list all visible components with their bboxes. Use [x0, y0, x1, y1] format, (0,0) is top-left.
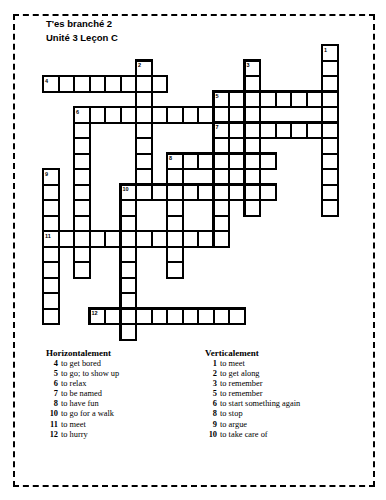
across-clue-5-number: 5: [46, 369, 58, 379]
grid-cell-r16c5[interactable]: [121, 293, 137, 309]
grid-cell-r5c17[interactable]: [307, 123, 323, 139]
grid-cell-r1c18[interactable]: [322, 61, 338, 77]
grid-cell-r9c14[interactable]: [260, 185, 276, 201]
grid-cell-r15c0[interactable]: [43, 278, 59, 294]
grid-cell-r3c12[interactable]: [229, 92, 245, 108]
grid-cell-r11c5[interactable]: [121, 216, 137, 232]
across-clue-7: 7to be named: [46, 389, 196, 399]
grid-cell-r2c4[interactable]: [105, 76, 121, 92]
down-clue-1-text: to meet: [220, 359, 245, 369]
grid-cell-r7c18[interactable]: [322, 154, 338, 170]
grid-cell-r17c5[interactable]: [121, 309, 137, 325]
across-clues-section: Horizontalement 4to get bored5to go; to …: [46, 348, 196, 440]
grid-cell-r12c4[interactable]: [105, 231, 121, 247]
grid-cell-r7c2[interactable]: [74, 154, 90, 170]
grid-cell-r12c8[interactable]: [167, 231, 183, 247]
down-clue-9-text: to argue: [220, 420, 247, 430]
grid-cell-r5c13[interactable]: [245, 123, 261, 139]
across-clue-10-text: to go for a walk: [61, 409, 114, 419]
grid-cell-r11c11[interactable]: [214, 216, 230, 232]
grid-cell-r12c5[interactable]: [121, 231, 137, 247]
grid-cell-r5c2[interactable]: [74, 123, 90, 139]
grid-cell-r7c14[interactable]: [260, 154, 276, 170]
grid-cell-r6c18[interactable]: [322, 138, 338, 154]
grid-cell-r17c12[interactable]: [229, 309, 245, 325]
across-clue-6: 6to relax: [46, 379, 196, 389]
down-clues-section: Verticalement 1to meet2to get along3to r…: [205, 348, 370, 440]
crossword-grid: 123456789101112: [0, 0, 386, 386]
grid-cell-r2c0[interactable]: [43, 76, 59, 92]
grid-cell-r4c5[interactable]: [121, 107, 137, 123]
grid-cell-r5c16[interactable]: [291, 123, 307, 139]
grid-cell-r10c18[interactable]: [322, 200, 338, 216]
across-clue-11: 11to meet: [46, 420, 196, 430]
down-clue-1-number: 1: [205, 359, 217, 369]
across-clue-12-text: to hurry: [61, 430, 88, 440]
grid-cell-r4c3[interactable]: [90, 107, 106, 123]
down-clue-3: 3to remember: [205, 379, 370, 389]
grid-cell-r3c15[interactable]: [276, 92, 292, 108]
grid-cell-r8c11[interactable]: [214, 169, 230, 185]
grid-cell-r0c18[interactable]: [322, 45, 338, 61]
grid-cell-r16c0[interactable]: [43, 293, 59, 309]
grid-cell-r17c0[interactable]: [43, 309, 59, 325]
grid-cell-r12c11[interactable]: [214, 231, 230, 247]
grid-cell-r10c13[interactable]: [245, 200, 261, 216]
grid-cell-r3c13[interactable]: [245, 92, 261, 108]
grid-cell-r13c8[interactable]: [167, 247, 183, 263]
grid-cell-r9c2[interactable]: [74, 185, 90, 201]
grid-cell-r9c13[interactable]: [245, 185, 261, 201]
grid-cell-r17c9[interactable]: [183, 309, 199, 325]
grid-cell-r2c13[interactable]: [245, 76, 261, 92]
grid-cell-r6c6[interactable]: [136, 138, 152, 154]
down-clue-2-number: 2: [205, 369, 217, 379]
grid-cell-r9c6[interactable]: [136, 185, 152, 201]
grid-cell-r7c8[interactable]: [167, 154, 183, 170]
across-header: Horizontalement: [46, 348, 196, 359]
grid-cell-r3c6[interactable]: [136, 92, 152, 108]
grid-cell-r4c11[interactable]: [214, 107, 230, 123]
grid-cell-r11c2[interactable]: [74, 216, 90, 232]
grid-cell-r17c10[interactable]: [198, 309, 214, 325]
grid-cell-r3c14[interactable]: [260, 92, 276, 108]
grid-cell-r4c18[interactable]: [322, 107, 338, 123]
grid-cell-r7c12[interactable]: [229, 154, 245, 170]
grid-cell-r5c6[interactable]: [136, 123, 152, 139]
down-clue-3-number: 3: [205, 379, 217, 389]
down-clue-3-text: to remember: [220, 379, 263, 389]
grid-cell-r11c8[interactable]: [167, 216, 183, 232]
down-clue-8: 8to stop: [205, 409, 370, 419]
down-clue-list: 1to meet2to get along3to remember5to rem…: [205, 359, 370, 440]
grid-cell-r14c5[interactable]: [121, 262, 137, 278]
across-clue-5-text: to go; to show up: [61, 369, 119, 379]
grid-cell-r7c11[interactable]: [214, 154, 230, 170]
grid-cell-r12c10[interactable]: [198, 231, 214, 247]
grid-cell-r8c13[interactable]: [245, 169, 261, 185]
grid-cell-r15c5[interactable]: [121, 278, 137, 294]
grid-cell-r10c5[interactable]: [121, 200, 137, 216]
grid-cell-r2c5[interactable]: [121, 76, 137, 92]
across-clue-10: 10to go for a walk: [46, 409, 196, 419]
across-clue-10-number: 10: [46, 409, 58, 419]
grid-cell-r8c6[interactable]: [136, 169, 152, 185]
grid-cell-r2c3[interactable]: [90, 76, 106, 92]
worksheet-page: T'es branché 2 Unité 3 Leçon C 123456789…: [0, 0, 386, 500]
down-header: Verticalement: [205, 348, 370, 359]
grid-cell-r4c13[interactable]: [245, 107, 261, 123]
across-clue-7-number: 7: [46, 389, 58, 399]
down-clue-5: 5to remember: [205, 389, 370, 399]
down-clue-5-number: 5: [205, 389, 217, 399]
grid-cell-r2c18[interactable]: [322, 76, 338, 92]
grid-cell-r4c7[interactable]: [152, 107, 168, 123]
grid-cell-r6c13[interactable]: [245, 138, 261, 154]
grid-cell-r12c0[interactable]: [43, 231, 59, 247]
down-clue-8-number: 8: [205, 409, 217, 419]
grid-cell-r12c3[interactable]: [90, 231, 106, 247]
grid-cell-r9c11[interactable]: [214, 185, 230, 201]
down-clue-8-text: to stop: [220, 409, 243, 419]
across-clue-11-text: to meet: [61, 420, 86, 430]
grid-cell-r6c11[interactable]: [214, 138, 230, 154]
grid-cell-r8c8[interactable]: [167, 169, 183, 185]
grid-cell-r2c7[interactable]: [152, 76, 168, 92]
down-clue-9-number: 9: [205, 420, 217, 430]
grid-cell-r13c5[interactable]: [121, 247, 137, 263]
grid-cell-r17c4[interactable]: [105, 309, 121, 325]
grid-cell-r9c12[interactable]: [229, 185, 245, 201]
grid-cell-r5c14[interactable]: [260, 123, 276, 139]
grid-cell-r10c0[interactable]: [43, 200, 59, 216]
grid-cell-r4c2[interactable]: [74, 107, 90, 123]
grid-cell-r11c0[interactable]: [43, 216, 59, 232]
grid-cell-r5c18[interactable]: [322, 123, 338, 139]
across-clue-8-text: to have fun: [61, 399, 99, 409]
down-clue-6-number: 6: [205, 399, 217, 409]
grid-cell-r18c5[interactable]: [121, 324, 137, 340]
across-clue-list: 4to get bored5to go; to show up6to relax…: [46, 359, 196, 440]
across-clue-8-number: 8: [46, 399, 58, 409]
grid-cell-r4c8[interactable]: [167, 107, 183, 123]
grid-cell-r13c0[interactable]: [43, 247, 59, 263]
across-clue-12: 12to hurry: [46, 430, 196, 440]
grid-cell-r4c9[interactable]: [183, 107, 199, 123]
across-clue-7-text: to be named: [61, 389, 102, 399]
grid-cell-r7c13[interactable]: [245, 154, 261, 170]
grid-cell-r13c2[interactable]: [74, 247, 90, 263]
down-clue-6-text: to start something again: [220, 399, 300, 409]
across-clue-4-text: to get bored: [61, 359, 101, 369]
across-clue-6-text: to relax: [61, 379, 86, 389]
grid-cell-r3c16[interactable]: [291, 92, 307, 108]
grid-cell-r17c3[interactable]: [90, 309, 106, 325]
across-clue-4: 4to get bored: [46, 359, 196, 369]
grid-cell-r10c11[interactable]: [214, 200, 230, 216]
grid-cell-r8c18[interactable]: [322, 169, 338, 185]
grid-cell-r8c2[interactable]: [74, 169, 90, 185]
grid-cell-r8c0[interactable]: [43, 169, 59, 185]
down-clue-10-number: 10: [205, 430, 217, 440]
grid-cell-r9c10[interactable]: [198, 185, 214, 201]
down-clue-10-text: to take care of: [220, 430, 268, 440]
down-clue-5-text: to remember: [220, 389, 263, 399]
grid-cell-r3c18[interactable]: [322, 92, 338, 108]
grid-cell-r14c8[interactable]: [167, 262, 183, 278]
grid-cell-r4c6[interactable]: [136, 107, 152, 123]
across-clue-6-number: 6: [46, 379, 58, 389]
grid-cell-r9c7[interactable]: [152, 185, 168, 201]
across-clue-5: 5to go; to show up: [46, 369, 196, 379]
grid-cell-r17c6[interactable]: [136, 309, 152, 325]
down-clue-1: 1to meet: [205, 359, 370, 369]
grid-cell-r5c15[interactable]: [276, 123, 292, 139]
grid-cell-r7c10[interactable]: [198, 154, 214, 170]
grid-cell-r7c6[interactable]: [136, 154, 152, 170]
grid-cell-r2c1[interactable]: [59, 76, 75, 92]
across-clue-12-number: 12: [46, 430, 58, 440]
across-clue-4-number: 4: [46, 359, 58, 369]
grid-cell-r5c11[interactable]: [214, 123, 230, 139]
grid-cell-r3c11[interactable]: [214, 92, 230, 108]
down-clue-6: 6to start something again: [205, 399, 370, 409]
grid-cell-r12c7[interactable]: [152, 231, 168, 247]
grid-cell-r4c4[interactable]: [105, 107, 121, 123]
grid-cell-r17c8[interactable]: [167, 309, 183, 325]
across-clue-11-number: 11: [46, 420, 58, 430]
grid-cell-r10c8[interactable]: [167, 200, 183, 216]
grid-cell-r12c1[interactable]: [59, 231, 75, 247]
grid-cell-r2c6[interactable]: [136, 76, 152, 92]
grid-cell-r12c2[interactable]: [74, 231, 90, 247]
down-clue-2: 2to get along: [205, 369, 370, 379]
grid-cell-r14c0[interactable]: [43, 262, 59, 278]
across-clue-8: 8to have fun: [46, 399, 196, 409]
grid-cell-r14c2[interactable]: [74, 262, 90, 278]
grid-cell-r9c0[interactable]: [43, 185, 59, 201]
grid-cell-r9c8[interactable]: [167, 185, 183, 201]
grid-cell-r9c9[interactable]: [183, 185, 199, 201]
grid-cell-r9c5[interactable]: [121, 185, 137, 201]
grid-cell-r1c13[interactable]: [245, 61, 261, 77]
down-clue-10: 10to take care of: [205, 430, 370, 440]
grid-cell-r12c6[interactable]: [136, 231, 152, 247]
down-clue-9: 9to argue: [205, 420, 370, 430]
grid-cell-r4c10[interactable]: [198, 107, 214, 123]
grid-cell-r5c12[interactable]: [229, 123, 245, 139]
grid-cell-r1c6[interactable]: [136, 61, 152, 77]
grid-cell-r9c18[interactable]: [322, 185, 338, 201]
grid-cell-r12c9[interactable]: [183, 231, 199, 247]
grid-cell-r2c2[interactable]: [74, 76, 90, 92]
grid-cell-r6c2[interactable]: [74, 138, 90, 154]
grid-cell-r3c17[interactable]: [307, 92, 323, 108]
grid-cell-r17c11[interactable]: [214, 309, 230, 325]
grid-cell-r17c7[interactable]: [152, 309, 168, 325]
grid-cell-r10c2[interactable]: [74, 200, 90, 216]
grid-cell-r7c9[interactable]: [183, 154, 199, 170]
down-clue-2-text: to get along: [220, 369, 260, 379]
